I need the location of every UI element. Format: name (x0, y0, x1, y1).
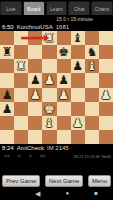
black-rook: ♜ (2, 46, 13, 58)
black-bishop: ♝ (72, 32, 83, 44)
white-bishop: ♝ (44, 117, 55, 129)
square-b8[interactable] (14, 31, 28, 45)
square-e1[interactable] (57, 130, 71, 144)
top-player-clock: 6:50 (2, 23, 14, 31)
square-a3[interactable]: ♟ (0, 102, 14, 116)
tab-board[interactable]: Board (23, 1, 45, 15)
menu-button[interactable]: Menu (88, 175, 111, 187)
square-h3[interactable] (99, 102, 113, 116)
tab-live[interactable]: Live (0, 1, 22, 15)
next-game-button[interactable]: Next Game (45, 175, 83, 187)
square-c1[interactable] (28, 130, 42, 144)
next-move-button[interactable]: > (29, 152, 32, 160)
square-b1[interactable] (14, 130, 28, 144)
square-b6[interactable]: ♜ (14, 59, 28, 73)
bottom-player-clock: 8:24 (2, 144, 14, 152)
square-f3[interactable] (71, 102, 85, 116)
white-pawn: ♟ (72, 117, 83, 129)
square-b3[interactable] (14, 102, 28, 116)
square-a6[interactable] (0, 59, 14, 73)
square-f2[interactable]: ♟ (71, 116, 85, 130)
square-h6[interactable] (99, 59, 113, 73)
square-c3[interactable] (28, 102, 42, 116)
square-d1[interactable] (42, 130, 56, 144)
black-knight: ♞ (86, 46, 97, 58)
prev-game-button[interactable]: Prev Game (2, 175, 40, 187)
square-d2[interactable]: ♝ (42, 116, 56, 130)
square-c4[interactable]: ♟ (28, 88, 42, 102)
square-f1[interactable] (71, 130, 85, 144)
white-rook: ♜ (16, 60, 27, 72)
black-pawn: ♟ (30, 74, 41, 86)
square-c7[interactable] (28, 45, 42, 59)
square-a4[interactable]: ♟ (0, 88, 14, 102)
square-b5[interactable] (14, 73, 28, 87)
first-move-button[interactable]: << (4, 152, 10, 160)
square-f5[interactable] (71, 73, 85, 87)
square-a7[interactable]: ♜ (0, 45, 14, 59)
android-recents-icon[interactable]: ■ (94, 187, 98, 200)
square-f8[interactable]: ♝ (71, 31, 85, 45)
top-player-line: 6:50 KorchnoiUSA 1681 (0, 23, 113, 31)
tab-bar: Live Board Learn Chat Chans (0, 0, 113, 15)
square-f4[interactable] (71, 88, 85, 102)
bottom-player-line: 8:24 AmiCheck IM 2145 (0, 144, 113, 152)
last-move-button[interactable]: >> (40, 152, 46, 160)
white-pawn: ♟ (30, 89, 41, 101)
black-pawn: ♟ (2, 103, 13, 115)
android-back-icon[interactable]: ◀ (35, 187, 40, 200)
square-h2[interactable] (99, 116, 113, 130)
square-b4[interactable] (14, 88, 28, 102)
square-c6[interactable] (28, 59, 42, 73)
square-d3[interactable]: ♚ (42, 102, 56, 116)
square-a2[interactable] (0, 116, 14, 130)
prev-move-button[interactable]: < (18, 152, 21, 160)
white-king: ♚ (44, 103, 55, 115)
square-h7[interactable] (99, 45, 113, 59)
black-pawn: ♟ (2, 89, 13, 101)
move-nav-row: << < > >> 26 22 15 05 W: Nxd5 (0, 152, 113, 160)
square-d7[interactable] (42, 45, 56, 59)
tab-chat[interactable]: Chat (68, 1, 90, 15)
square-e6[interactable] (57, 59, 71, 73)
square-g3[interactable] (85, 102, 99, 116)
black-king: ♚ (58, 46, 69, 58)
square-d5[interactable]: ♟ (42, 73, 56, 87)
square-f6[interactable]: ♟ (71, 59, 85, 73)
tab-learn[interactable]: Learn (46, 1, 68, 15)
square-d4[interactable] (42, 88, 56, 102)
square-g8[interactable] (85, 31, 99, 45)
square-g1[interactable] (85, 130, 99, 144)
square-h1[interactable] (99, 130, 113, 144)
square-g6[interactable]: ♝ (85, 59, 99, 73)
bottom-player-name[interactable]: AmiCheck (17, 144, 44, 152)
square-h5[interactable] (99, 73, 113, 87)
square-d6[interactable] (42, 59, 56, 73)
white-pawn: ♟ (101, 89, 112, 101)
square-c2[interactable] (28, 116, 42, 130)
square-g7[interactable]: ♞ (85, 45, 99, 59)
android-home-icon[interactable]: ● (66, 187, 70, 200)
square-g2[interactable] (85, 116, 99, 130)
chess-board: ♜♝♜♚♞♜♟♝♟♟♟♟♟♟♟♟♚♝♟ (0, 31, 113, 144)
square-g4[interactable] (85, 88, 99, 102)
bottom-player-title-rating: IM 2145 (47, 144, 69, 152)
square-h4[interactable]: ♟ (99, 88, 113, 102)
square-e8[interactable] (57, 31, 71, 45)
square-h8[interactable] (99, 31, 113, 45)
square-b7[interactable] (14, 45, 28, 59)
square-e7[interactable]: ♚ (57, 45, 71, 59)
white-pawn: ♟ (44, 74, 55, 86)
black-pawn: ♟ (72, 60, 83, 72)
game-buttons-row: Prev Game Next Game Menu (0, 173, 113, 188)
square-d8[interactable]: ♜ (42, 31, 56, 45)
square-a8[interactable] (0, 31, 14, 45)
square-a1[interactable] (0, 130, 14, 144)
square-e3[interactable] (57, 102, 71, 116)
tab-chans[interactable]: Chans (91, 1, 113, 15)
square-f7[interactable] (71, 45, 85, 59)
square-e5[interactable]: ♟ (57, 73, 71, 87)
square-c5[interactable]: ♟ (28, 73, 42, 87)
white-rook: ♜ (44, 32, 55, 44)
square-c8[interactable] (28, 31, 42, 45)
white-bishop: ♝ (86, 60, 97, 72)
square-a5[interactable] (0, 73, 14, 87)
square-e4[interactable]: ♟ (57, 88, 71, 102)
top-player-rating: 1681 (56, 23, 69, 31)
black-pawn: ♟ (58, 74, 69, 86)
square-b2[interactable] (14, 116, 28, 130)
move-info-text: 26 22 15 05 W: Nxd5 (73, 154, 111, 159)
square-g5[interactable] (85, 73, 99, 87)
android-nav-bar: ◀ ● ■ (0, 187, 113, 200)
board-grid: ♜♝♜♚♞♜♟♝♟♟♟♟♟♟♟♟♚♝♟ (0, 31, 113, 144)
white-pawn: ♟ (58, 89, 69, 101)
square-e2[interactable] (57, 116, 71, 130)
